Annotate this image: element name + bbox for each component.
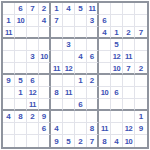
cell-r12c1-empty[interactable] [3, 135, 15, 147]
cell-r6c6-given[interactable]: 12 [63, 63, 75, 75]
cell-r9c2-empty[interactable] [15, 99, 27, 111]
cell-r1c12-empty[interactable] [135, 3, 147, 15]
cell-r4c2-empty[interactable] [15, 39, 27, 51]
cell-r3c11-given[interactable]: 2 [123, 27, 135, 39]
cell-r2c8-given[interactable]: 3 [87, 15, 99, 27]
cell-r4c8-empty[interactable] [87, 39, 99, 51]
cell-r3c6-empty[interactable] [63, 27, 75, 39]
cell-r10c3-given[interactable]: 2 [27, 111, 39, 123]
sudoku-app: 6721451111047361141273531046121111121072… [0, 0, 150, 150]
cell-r12c4-empty[interactable] [39, 135, 51, 147]
cell-r8c2-given[interactable]: 1 [15, 87, 27, 99]
cell-r4c1-empty[interactable] [3, 39, 15, 51]
cell-r7c9-empty[interactable] [99, 75, 111, 87]
cell-r6c5-given[interactable]: 11 [51, 63, 63, 75]
cell-r9c9-empty[interactable] [99, 99, 111, 111]
cell-r9c11-empty[interactable] [123, 99, 135, 111]
cell-r3c5-empty[interactable] [51, 27, 63, 39]
cell-r2c12-empty[interactable] [135, 15, 147, 27]
cell-r5c3-given[interactable]: 3 [27, 51, 39, 63]
cell-r2c7-empty[interactable] [75, 15, 87, 27]
cell-r12c7-given[interactable]: 2 [75, 135, 87, 147]
cell-r6c9-empty[interactable] [99, 63, 111, 75]
cell-r1c9-empty[interactable] [99, 3, 111, 15]
cell-r9c3-given[interactable]: 11 [27, 99, 39, 111]
cell-r6c2-empty[interactable] [15, 63, 27, 75]
cell-r7c3-given[interactable]: 6 [27, 75, 39, 87]
cell-r3c3-empty[interactable] [27, 27, 39, 39]
cell-r4c4-empty[interactable] [39, 39, 51, 51]
cell-r1c4-given[interactable]: 2 [39, 3, 51, 15]
cell-r2c6-empty[interactable] [63, 15, 75, 27]
cell-r8c4-empty[interactable] [39, 87, 51, 99]
cell-r4c9-empty[interactable] [99, 39, 111, 51]
cell-r8c9-given[interactable]: 10 [99, 87, 111, 99]
cell-r7c11-empty[interactable] [123, 75, 135, 87]
cell-r11c9-given[interactable]: 11 [99, 123, 111, 135]
cell-r9c6-empty[interactable] [63, 99, 75, 111]
cell-r3c8-empty[interactable] [87, 27, 99, 39]
cell-r1c3-given[interactable]: 7 [27, 3, 39, 15]
cell-r11c5-given[interactable]: 4 [51, 123, 63, 135]
cell-r4c11-empty[interactable] [123, 39, 135, 51]
cell-r1c2-given[interactable]: 6 [15, 3, 27, 15]
cell-r3c12-given[interactable]: 7 [135, 27, 147, 39]
cell-r8c6-given[interactable]: 11 [63, 87, 75, 99]
cell-r11c1-empty[interactable] [3, 123, 15, 135]
cell-r9c1-empty[interactable] [3, 99, 15, 111]
cell-r6c4-empty[interactable] [39, 63, 51, 75]
cell-r10c6-empty[interactable] [63, 111, 75, 123]
cell-r10c4-given[interactable]: 9 [39, 111, 51, 123]
cell-r4c3-empty[interactable] [27, 39, 39, 51]
cell-r5c8-given[interactable]: 6 [87, 51, 99, 63]
cell-r7c6-empty[interactable] [63, 75, 75, 87]
cell-r10c8-empty[interactable] [87, 111, 99, 123]
cell-r4c7-empty[interactable] [75, 39, 87, 51]
cell-r1c5-given[interactable]: 1 [51, 3, 63, 15]
cell-r1c7-given[interactable]: 5 [75, 3, 87, 15]
cell-r4c6-given[interactable]: 3 [63, 39, 75, 51]
cell-r12c6-given[interactable]: 5 [63, 135, 75, 147]
cell-r4c12-empty[interactable] [135, 39, 147, 51]
cell-r8c3-given[interactable]: 12 [27, 87, 39, 99]
cell-r5c1-empty[interactable] [3, 51, 15, 63]
cell-r11c12-given[interactable]: 9 [135, 123, 147, 135]
cell-r6c12-given[interactable]: 2 [135, 63, 147, 75]
cell-r5c5-empty[interactable] [51, 51, 63, 63]
cell-r6c1-empty[interactable] [3, 63, 15, 75]
cell-r6c8-empty[interactable] [87, 63, 99, 75]
cell-r7c2-given[interactable]: 5 [15, 75, 27, 87]
cell-r5c2-empty[interactable] [15, 51, 27, 63]
cell-r10c2-given[interactable]: 8 [15, 111, 27, 123]
cell-r12c8-given[interactable]: 7 [87, 135, 99, 147]
cell-r2c10-empty[interactable] [111, 15, 123, 27]
cell-r9c8-empty[interactable] [87, 99, 99, 111]
cell-r12c9-given[interactable]: 8 [99, 135, 111, 147]
cell-r2c1-given[interactable]: 1 [3, 15, 15, 27]
cell-r10c9-empty[interactable] [99, 111, 111, 123]
cell-r1c10-empty[interactable] [111, 3, 123, 15]
cell-r11c3-empty[interactable] [27, 123, 39, 135]
cell-r9c10-empty[interactable] [111, 99, 123, 111]
cell-r8c12-empty[interactable] [135, 87, 147, 99]
cell-r10c11-empty[interactable] [123, 111, 135, 123]
cell-r5c6-empty[interactable] [63, 51, 75, 63]
cell-r6c7-empty[interactable] [75, 63, 87, 75]
cell-r2c5-given[interactable]: 7 [51, 15, 63, 27]
cell-r8c5-given[interactable]: 8 [51, 87, 63, 99]
cell-r11c11-given[interactable]: 12 [123, 123, 135, 135]
cell-r5c9-empty[interactable] [99, 51, 111, 63]
cell-r10c10-empty[interactable] [111, 111, 123, 123]
cell-r11c7-empty[interactable] [75, 123, 87, 135]
cell-r3c7-empty[interactable] [75, 27, 87, 39]
cell-r7c7-given[interactable]: 1 [75, 75, 87, 87]
cell-r3c4-empty[interactable] [39, 27, 51, 39]
cell-r8c1-empty[interactable] [3, 87, 15, 99]
cell-r4c10-given[interactable]: 5 [111, 39, 123, 51]
cell-r6c3-empty[interactable] [27, 63, 39, 75]
cell-r3c2-empty[interactable] [15, 27, 27, 39]
cell-r10c5-empty[interactable] [51, 111, 63, 123]
cell-r12c5-given[interactable]: 9 [51, 135, 63, 147]
cell-r9c4-empty[interactable] [39, 99, 51, 111]
cell-r1c6-given[interactable]: 4 [63, 3, 75, 15]
cell-r2c3-empty[interactable] [27, 15, 39, 27]
cell-r5c12-empty[interactable] [135, 51, 147, 63]
cell-r4c5-empty[interactable] [51, 39, 63, 51]
cell-r12c2-empty[interactable] [15, 135, 27, 147]
cell-r9c7-given[interactable]: 6 [75, 99, 87, 111]
cell-r5c11-given[interactable]: 11 [123, 51, 135, 63]
cell-r11c10-empty[interactable] [111, 123, 123, 135]
cell-r9c5-empty[interactable] [51, 99, 63, 111]
cell-r12c12-empty[interactable] [135, 135, 147, 147]
cell-r12c10-given[interactable]: 4 [111, 135, 123, 147]
cell-r11c2-empty[interactable] [15, 123, 27, 135]
cell-r5c4-given[interactable]: 10 [39, 51, 51, 63]
cell-r2c2-given[interactable]: 10 [15, 15, 27, 27]
cell-r6c11-given[interactable]: 7 [123, 63, 135, 75]
cell-r5c10-given[interactable]: 12 [111, 51, 123, 63]
cell-r11c6-empty[interactable] [63, 123, 75, 135]
cell-r1c8-given[interactable]: 11 [87, 3, 99, 15]
cell-r3c1-given[interactable]: 11 [3, 27, 15, 39]
cell-r8c10-given[interactable]: 6 [111, 87, 123, 99]
cell-r7c8-given[interactable]: 2 [87, 75, 99, 87]
cell-r8c11-empty[interactable] [123, 87, 135, 99]
sudoku-board: 6721451111047361141273531046121111121072… [1, 1, 149, 149]
cell-r2c9-given[interactable]: 6 [99, 15, 111, 27]
cell-r8c7-empty[interactable] [75, 87, 87, 99]
cell-r3c9-given[interactable]: 4 [99, 27, 111, 39]
cell-r12c3-empty[interactable] [27, 135, 39, 147]
cell-r3c10-given[interactable]: 1 [111, 27, 123, 39]
cell-r2c4-given[interactable]: 4 [39, 15, 51, 27]
cell-r2c11-empty[interactable] [123, 15, 135, 27]
cell-r1c1-empty[interactable] [3, 3, 15, 15]
cell-r10c12-given[interactable]: 1 [135, 111, 147, 123]
cell-r10c7-empty[interactable] [75, 111, 87, 123]
cell-r12c11-given[interactable]: 10 [123, 135, 135, 147]
cell-r11c8-given[interactable]: 8 [87, 123, 99, 135]
cell-r7c5-empty[interactable] [51, 75, 63, 87]
cell-r8c8-empty[interactable] [87, 87, 99, 99]
cell-r9c12-empty[interactable] [135, 99, 147, 111]
cell-r11c4-given[interactable]: 6 [39, 123, 51, 135]
cell-r7c4-empty[interactable] [39, 75, 51, 87]
cell-r7c12-empty[interactable] [135, 75, 147, 87]
cell-r1c11-empty[interactable] [123, 3, 135, 15]
cell-r5c7-given[interactable]: 4 [75, 51, 87, 63]
cell-r7c10-empty[interactable] [111, 75, 123, 87]
cell-r6c10-given[interactable]: 10 [111, 63, 123, 75]
cell-r10c1-given[interactable]: 4 [3, 111, 15, 123]
cell-r7c1-given[interactable]: 9 [3, 75, 15, 87]
